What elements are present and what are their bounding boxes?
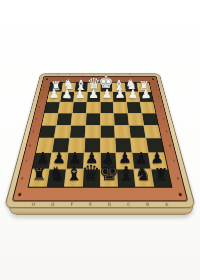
chess-photo-scene: HGFEDCBA HGFEDCBA 12345678 12345678 ♜♞♝♛… [0, 0, 200, 280]
piece-black-knight[interactable]: ♞ [48, 165, 65, 184]
piece-white-pawn[interactable]: ♟ [114, 89, 125, 101]
piece-black-bishop[interactable]: ♝ [117, 164, 134, 183]
piece-black-knight[interactable]: ♞ [135, 165, 152, 184]
piece-white-pawn[interactable]: ♟ [127, 89, 138, 101]
piece-black-king[interactable]: ♚ [98, 161, 119, 185]
pieces-layer: ♜♞♝♛♚♝♞♜♟♟♟♟♟♟♟♟♟♟♟♟♟♟♟♟♜♞♝♛♚♝♞♜ [0, 0, 200, 280]
piece-black-bishop[interactable]: ♝ [65, 164, 83, 184]
piece-white-pawn[interactable]: ♟ [88, 89, 99, 101]
piece-black-rook[interactable]: ♜ [32, 167, 47, 184]
piece-white-pawn[interactable]: ♟ [101, 89, 112, 101]
piece-white-pawn[interactable]: ♟ [62, 89, 73, 101]
piece-black-rook[interactable]: ♜ [153, 167, 168, 184]
piece-white-pawn[interactable]: ♟ [140, 89, 151, 101]
piece-white-pawn[interactable]: ♟ [75, 89, 86, 101]
piece-white-pawn[interactable]: ♟ [49, 89, 60, 101]
